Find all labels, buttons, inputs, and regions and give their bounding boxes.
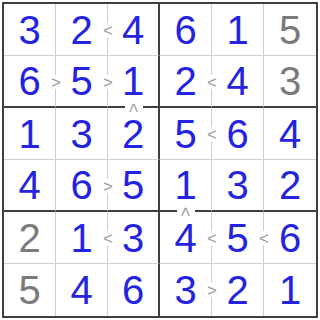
cell-r6c5[interactable]: 2 [212, 264, 264, 316]
cell-r2c2[interactable]: 5 [56, 56, 108, 108]
cell-r3c1[interactable]: 1 [4, 108, 56, 160]
cell-r3c5[interactable]: 6 [212, 108, 264, 160]
cell-r4c6[interactable]: 2 [264, 160, 316, 212]
sudoku-board: 324615651243132564465132213456546321 <>>… [2, 2, 318, 318]
cell-r4c2[interactable]: 6 [56, 160, 108, 212]
cell-r6c1[interactable]: 5 [4, 264, 56, 316]
cell-r3c2[interactable]: 3 [56, 108, 108, 160]
cell-r1c2[interactable]: 2 [56, 4, 108, 56]
cell-r1c6[interactable]: 5 [264, 4, 316, 56]
cell-r5c6[interactable]: 6 [264, 212, 316, 264]
cell-r2c4[interactable]: 2 [160, 56, 212, 108]
cell-r1c1[interactable]: 3 [4, 4, 56, 56]
cell-r6c2[interactable]: 4 [56, 264, 108, 316]
cell-r1c4[interactable]: 6 [160, 4, 212, 56]
cell-r2c5[interactable]: 4 [212, 56, 264, 108]
cell-r3c6[interactable]: 4 [264, 108, 316, 160]
cell-r2c6[interactable]: 3 [264, 56, 316, 108]
cell-r2c3[interactable]: 1 [108, 56, 160, 108]
cell-r5c4[interactable]: 4 [160, 212, 212, 264]
cell-r6c3[interactable]: 6 [108, 264, 160, 316]
cell-r2c1[interactable]: 6 [4, 56, 56, 108]
cell-r4c1[interactable]: 4 [4, 160, 56, 212]
cell-r6c4[interactable]: 3 [160, 264, 212, 316]
cell-r3c4[interactable]: 5 [160, 108, 212, 160]
cell-r5c5[interactable]: 5 [212, 212, 264, 264]
cell-r4c3[interactable]: 5 [108, 160, 160, 212]
sudoku-grid: 324615651243132564465132213456546321 [4, 4, 316, 316]
cell-r4c5[interactable]: 3 [212, 160, 264, 212]
cell-r5c3[interactable]: 3 [108, 212, 160, 264]
cell-r6c6[interactable]: 1 [264, 264, 316, 316]
cell-r1c5[interactable]: 1 [212, 4, 264, 56]
cell-r1c3[interactable]: 4 [108, 4, 160, 56]
cell-r5c2[interactable]: 1 [56, 212, 108, 264]
cell-r3c3[interactable]: 2 [108, 108, 160, 160]
cell-r5c1[interactable]: 2 [4, 212, 56, 264]
cell-r4c4[interactable]: 1 [160, 160, 212, 212]
